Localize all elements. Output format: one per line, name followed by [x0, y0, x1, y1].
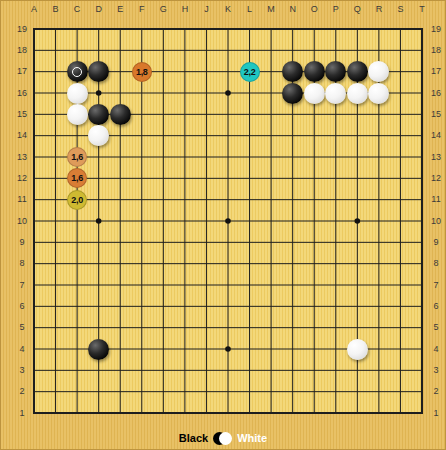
column-label-q: Q	[347, 4, 367, 15]
column-label-n: N	[283, 4, 303, 15]
star-point-k4	[225, 346, 231, 352]
star-point-d16	[96, 90, 102, 96]
score-marker-c13[interactable]: 1,6	[67, 147, 87, 167]
row-label-right-9: 9	[426, 237, 446, 248]
row-label-left-6: 6	[12, 301, 32, 312]
column-label-m: M	[261, 4, 281, 15]
column-label-j: J	[196, 4, 216, 15]
row-label-left-19: 19	[12, 24, 32, 35]
row-label-left-11: 11	[12, 194, 32, 205]
column-label-p: P	[326, 4, 346, 15]
column-label-r: R	[369, 4, 389, 15]
column-label-o: O	[304, 4, 324, 15]
last-move-marker	[72, 67, 82, 77]
column-label-f: F	[132, 4, 152, 15]
row-label-right-19: 19	[426, 24, 446, 35]
row-label-right-3: 3	[426, 365, 446, 376]
row-label-left-9: 9	[12, 237, 32, 248]
row-label-right-11: 11	[426, 194, 446, 205]
black-stone-n16	[282, 83, 303, 104]
column-label-t: T	[412, 4, 432, 15]
row-label-left-17: 17	[12, 66, 32, 77]
column-label-s: S	[390, 4, 410, 15]
score-marker-c11[interactable]: 2,0	[67, 190, 87, 210]
column-label-g: G	[153, 4, 173, 15]
row-label-right-18: 18	[426, 45, 446, 56]
black-stone-d4	[88, 339, 109, 360]
row-label-right-4: 4	[426, 344, 446, 355]
row-label-left-16: 16	[12, 88, 32, 99]
white-stone-q4	[347, 339, 368, 360]
black-stone-e15	[110, 104, 131, 125]
star-point-q10	[355, 218, 361, 224]
white-stone-icon	[219, 432, 232, 445]
row-label-left-7: 7	[12, 280, 32, 291]
row-label-right-6: 6	[426, 301, 446, 312]
row-label-left-18: 18	[12, 45, 32, 56]
row-label-left-15: 15	[12, 109, 32, 120]
column-label-l: L	[240, 4, 260, 15]
row-label-left-10: 10	[12, 216, 32, 227]
row-label-left-3: 3	[12, 365, 32, 376]
column-label-h: H	[175, 4, 195, 15]
white-stone-r16	[368, 83, 389, 104]
white-stone-c16	[67, 83, 88, 104]
column-label-c: C	[67, 4, 87, 15]
white-stone-p16	[325, 83, 346, 104]
legend-black-label: Black	[179, 432, 208, 444]
column-label-e: E	[110, 4, 130, 15]
star-point-k10	[225, 218, 231, 224]
row-label-left-12: 12	[12, 173, 32, 184]
row-label-right-10: 10	[426, 216, 446, 227]
row-label-right-7: 7	[426, 280, 446, 291]
row-label-right-17: 17	[426, 66, 446, 77]
go-board[interactable]: ABCDEFGHJKLMNOPQRST191918181717161615151…	[0, 0, 446, 450]
row-label-left-2: 2	[12, 386, 32, 397]
column-label-b: B	[46, 4, 66, 15]
row-label-left-13: 13	[12, 152, 32, 163]
white-stone-q16	[347, 83, 368, 104]
column-label-d: D	[89, 4, 109, 15]
row-label-left-14: 14	[12, 130, 32, 141]
score-marker-l17[interactable]: 2,2	[240, 62, 260, 82]
row-label-left-4: 4	[12, 344, 32, 355]
black-stone-o17	[304, 61, 325, 82]
row-label-right-15: 15	[426, 109, 446, 120]
white-stone-o16	[304, 83, 325, 104]
row-label-right-8: 8	[426, 258, 446, 269]
row-label-left-1: 1	[12, 408, 32, 419]
row-label-left-5: 5	[12, 322, 32, 333]
score-marker-f17[interactable]: 1,8	[132, 62, 152, 82]
row-label-right-1: 1	[426, 408, 446, 419]
column-label-k: K	[218, 4, 238, 15]
star-point-k16	[225, 90, 231, 96]
star-point-d10	[96, 218, 102, 224]
row-label-right-12: 12	[426, 173, 446, 184]
black-white-stones-icon	[213, 432, 232, 445]
row-label-left-8: 8	[12, 258, 32, 269]
legend-white-label: White	[237, 432, 267, 444]
row-label-right-2: 2	[426, 386, 446, 397]
white-stone-c15	[67, 104, 88, 125]
row-label-right-16: 16	[426, 88, 446, 99]
black-stone-d15	[88, 104, 109, 125]
row-label-right-13: 13	[426, 152, 446, 163]
black-stone-c17	[67, 61, 88, 82]
stone-color-legend[interactable]: Black White	[1, 430, 445, 446]
column-label-a: A	[24, 4, 44, 15]
black-stone-q17	[347, 61, 368, 82]
row-label-right-14: 14	[426, 130, 446, 141]
row-label-right-5: 5	[426, 322, 446, 333]
